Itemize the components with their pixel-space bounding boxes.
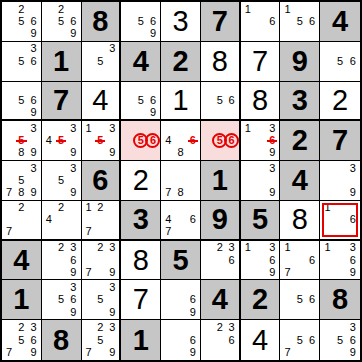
cell-r5c6[interactable]: 1 xyxy=(201,161,241,201)
empty-candidate-slot xyxy=(162,334,174,347)
empty-candidate-slot xyxy=(3,334,15,347)
cell-r9c3[interactable]: 23579 xyxy=(82,320,122,360)
candidates-grid: 236 xyxy=(202,242,238,279)
solved-digit: 7 xyxy=(241,42,280,81)
empty-candidate-slot xyxy=(147,147,159,159)
empty-candidate-slot xyxy=(174,202,186,214)
cell-r7c7[interactable]: 1369 xyxy=(241,241,281,281)
candidate-5: 5 xyxy=(55,15,67,27)
empty-candidate-slot xyxy=(83,242,95,254)
empty-candidate-slot xyxy=(187,226,199,238)
cell-r4c8[interactable]: 2 xyxy=(280,121,320,161)
empty-candidate-slot xyxy=(15,162,27,174)
cell-r7c4[interactable]: 8 xyxy=(121,241,161,281)
cell-r6c1[interactable]: 27 xyxy=(2,201,42,241)
candidates-grid: 39 xyxy=(321,162,359,199)
candidate-2: 2 xyxy=(15,202,27,214)
empty-candidate-slot xyxy=(174,294,186,306)
cell-r8c4[interactable]: 7 xyxy=(121,280,161,320)
cell-r4c9[interactable]: 7 xyxy=(320,121,360,161)
empty-candidate-slot xyxy=(106,55,118,67)
empty-candidate-slot xyxy=(242,187,254,199)
cell-r9c5[interactable]: 69 xyxy=(161,320,201,360)
cell-r4c4[interactable]: 56 xyxy=(121,121,161,161)
cell-r2c8[interactable]: 9 xyxy=(280,42,320,82)
candidate-6: 6 xyxy=(306,254,318,266)
cell-r2c2[interactable]: 1 xyxy=(42,42,82,82)
empty-candidate-slot xyxy=(254,187,266,199)
candidate-9: 9 xyxy=(346,346,359,359)
given-digit: 7 xyxy=(42,82,81,120)
candidate-6: 6 xyxy=(266,15,278,27)
empty-candidate-slot xyxy=(28,174,40,186)
candidate-8: 8 xyxy=(174,187,186,199)
empty-candidate-slot xyxy=(321,346,334,359)
empty-candidate-slot xyxy=(321,214,334,226)
empty-candidate-slot xyxy=(67,174,79,186)
candidate-1: 1 xyxy=(321,202,334,214)
empty-candidate-slot xyxy=(147,3,159,15)
cell-r1c6[interactable]: 7 xyxy=(201,2,241,42)
given-digit: 5 xyxy=(161,241,200,280)
empty-candidate-slot xyxy=(122,83,134,95)
empty-candidate-slot xyxy=(43,281,55,293)
candidate-3: 3 xyxy=(346,162,359,174)
candidate-9: 9 xyxy=(266,187,278,199)
cell-r6c6[interactable]: 9 xyxy=(201,201,241,241)
cell-r1c5[interactable]: 3 xyxy=(161,2,201,42)
empty-candidate-slot xyxy=(83,254,95,266)
candidate-6: 6 xyxy=(226,94,238,106)
candidate-5-eliminated: 5 xyxy=(55,135,67,147)
candidates-grid: 56 xyxy=(202,83,238,119)
empty-candidate-slot xyxy=(122,28,134,40)
empty-candidate-slot xyxy=(55,162,67,174)
empty-candidate-slot xyxy=(122,94,134,106)
empty-candidate-slot xyxy=(321,254,334,266)
empty-candidate-slot xyxy=(83,135,95,147)
cell-r3c2[interactable]: 7 xyxy=(42,82,82,122)
empty-candidate-slot xyxy=(214,106,226,118)
cell-r3c9[interactable]: 2 xyxy=(320,82,360,122)
candidate-5: 5 xyxy=(135,94,147,106)
candidate-5: 5 xyxy=(15,334,27,347)
cell-r1c9[interactable]: 4 xyxy=(320,2,360,42)
empty-candidate-slot xyxy=(202,94,214,106)
cell-r2c1[interactable]: 356 xyxy=(2,42,42,82)
empty-candidate-slot xyxy=(43,122,55,134)
cell-r5c9[interactable]: 39 xyxy=(320,161,360,201)
cell-r5c4[interactable]: 2 xyxy=(121,161,161,201)
cell-r2c7[interactable]: 7 xyxy=(241,42,281,82)
empty-candidate-slot xyxy=(174,226,186,238)
candidates-grid: 3589 xyxy=(3,122,40,159)
empty-candidate-slot xyxy=(202,321,214,334)
empty-candidate-slot xyxy=(106,294,118,306)
candidates-grid: 1369 xyxy=(242,242,279,279)
empty-candidate-slot xyxy=(67,214,79,226)
candidate-2: 2 xyxy=(94,321,106,334)
empty-candidate-slot xyxy=(43,162,55,174)
candidate-4: 4 xyxy=(162,214,174,226)
empty-candidate-slot xyxy=(174,334,186,347)
empty-candidate-slot xyxy=(214,147,226,159)
empty-candidate-slot xyxy=(135,3,147,15)
candidate-3: 3 xyxy=(106,321,118,334)
empty-candidate-slot xyxy=(187,147,199,159)
empty-candidate-slot xyxy=(202,242,214,254)
empty-candidate-slot xyxy=(281,254,293,266)
cell-r8c2[interactable]: 3569 xyxy=(42,280,82,320)
candidate-9: 9 xyxy=(106,266,118,278)
candidate-7: 7 xyxy=(83,226,95,238)
candidate-6: 6 xyxy=(28,15,40,27)
empty-candidate-slot xyxy=(83,147,95,159)
empty-candidate-slot xyxy=(294,3,306,15)
empty-candidate-slot xyxy=(28,3,40,15)
empty-candidate-slot xyxy=(334,187,347,199)
empty-candidate-slot xyxy=(15,83,27,95)
given-digit: 6 xyxy=(82,161,120,200)
candidates-grid: 2569 xyxy=(3,3,40,40)
cell-r4c6[interactable]: 56 xyxy=(201,121,241,161)
cell-r8c9[interactable]: 8 xyxy=(320,280,360,320)
cell-r3c1[interactable]: 569 xyxy=(2,82,42,122)
candidate-6-eliminated: 6 xyxy=(266,135,278,147)
cell-r9c7[interactable]: 4 xyxy=(241,320,281,360)
empty-candidate-slot xyxy=(106,334,118,347)
candidate-6: 6 xyxy=(187,294,199,306)
empty-candidate-slot xyxy=(43,15,55,27)
empty-candidate-slot xyxy=(174,122,186,134)
candidate-6-highlighted: 6 xyxy=(147,135,159,147)
empty-candidate-slot xyxy=(346,174,359,186)
solved-digit: 1 xyxy=(161,82,200,120)
candidate-9: 9 xyxy=(28,147,40,159)
sudoku-board: 2569256985693716156435613542879565697456… xyxy=(0,0,362,362)
cell-r7c3[interactable]: 2379 xyxy=(82,241,122,281)
empty-candidate-slot xyxy=(202,254,214,266)
empty-candidate-slot xyxy=(294,254,306,266)
cell-r8c6[interactable]: 4 xyxy=(201,280,241,320)
cell-r5c5[interactable]: 78 xyxy=(161,161,201,201)
cell-r1c7[interactable]: 16 xyxy=(241,2,281,42)
candidates-grid: 1369 xyxy=(321,242,359,279)
candidate-6: 6 xyxy=(67,15,79,27)
empty-candidate-slot xyxy=(187,281,199,293)
empty-candidate-slot xyxy=(67,3,79,15)
cell-r5c2[interactable]: 359 xyxy=(42,161,82,201)
empty-candidate-slot xyxy=(3,3,15,15)
candidate-2: 2 xyxy=(94,202,106,214)
candidate-7: 7 xyxy=(281,346,293,359)
candidate-5-eliminated: 5 xyxy=(15,135,27,147)
empty-candidate-slot xyxy=(3,28,15,40)
cell-r6c7[interactable]: 5 xyxy=(241,201,281,241)
empty-candidate-slot xyxy=(55,214,67,226)
candidates-grid: 24 xyxy=(43,202,80,238)
cell-r9c2[interactable]: 8 xyxy=(42,320,82,360)
candidate-6: 6 xyxy=(346,254,359,266)
cell-r3c7[interactable]: 8 xyxy=(241,82,281,122)
candidate-9: 9 xyxy=(346,187,359,199)
candidates-grid: 235679 xyxy=(3,321,40,359)
cell-r2c6[interactable]: 8 xyxy=(201,42,241,82)
candidate-5: 5 xyxy=(294,294,306,306)
empty-candidate-slot xyxy=(55,306,67,318)
cell-r1c4[interactable]: 569 xyxy=(121,2,161,42)
cell-r4c7[interactable]: 1369 xyxy=(241,121,281,161)
cell-r4c3[interactable]: 1359 xyxy=(82,121,122,161)
cell-r9c1[interactable]: 235679 xyxy=(2,320,42,360)
candidate-6: 6 xyxy=(187,334,199,347)
given-digit: 7 xyxy=(320,121,360,160)
cell-r1c3[interactable]: 8 xyxy=(82,2,122,42)
empty-candidate-slot xyxy=(334,321,347,334)
candidate-9: 9 xyxy=(187,306,199,318)
candidates-grid: 23579 xyxy=(83,321,119,359)
cell-r5c3[interactable]: 6 xyxy=(82,161,122,201)
empty-candidate-slot xyxy=(187,321,199,334)
cell-r3c8[interactable]: 3 xyxy=(280,82,320,122)
candidate-5: 5 xyxy=(214,94,226,106)
empty-candidate-slot xyxy=(242,15,254,27)
empty-candidate-slot xyxy=(106,226,118,238)
candidate-5: 5 xyxy=(15,15,27,27)
empty-candidate-slot xyxy=(266,28,278,40)
candidate-1: 1 xyxy=(321,242,334,254)
cell-r3c5[interactable]: 1 xyxy=(161,82,201,122)
empty-candidate-slot xyxy=(162,174,174,186)
candidate-7: 7 xyxy=(83,346,95,359)
candidate-3: 3 xyxy=(67,281,79,293)
cell-r7c1[interactable]: 4 xyxy=(2,241,42,281)
empty-candidate-slot xyxy=(334,202,347,214)
empty-candidate-slot xyxy=(254,135,266,147)
empty-candidate-slot xyxy=(254,242,266,254)
cell-r7c9[interactable]: 1369 xyxy=(320,241,360,281)
given-digit: 8 xyxy=(82,2,120,41)
empty-candidate-slot xyxy=(55,254,67,266)
empty-candidate-slot xyxy=(242,28,254,40)
empty-candidate-slot xyxy=(174,214,186,226)
empty-candidate-slot xyxy=(202,266,214,278)
cell-r9c6[interactable]: 236 xyxy=(201,320,241,360)
cell-r4c2[interactable]: 3459 xyxy=(42,121,82,161)
cell-r7c2[interactable]: 2369 xyxy=(42,241,82,281)
empty-candidate-slot xyxy=(281,306,293,318)
empty-candidate-slot xyxy=(187,187,199,199)
empty-candidate-slot xyxy=(55,266,67,278)
candidates-grid: 167 xyxy=(281,242,318,279)
empty-candidate-slot xyxy=(83,214,95,226)
empty-candidate-slot xyxy=(254,15,266,27)
given-digit: 2 xyxy=(241,280,280,319)
empty-candidate-slot xyxy=(122,147,134,159)
cell-r6c4[interactable]: 3 xyxy=(121,201,161,241)
cell-r8c1[interactable]: 1 xyxy=(2,280,42,320)
empty-candidate-slot xyxy=(226,106,238,118)
empty-candidate-slot xyxy=(281,334,293,347)
cell-r7c5[interactable]: 5 xyxy=(161,241,201,281)
cell-r3c3[interactable]: 4 xyxy=(82,82,122,122)
candidate-3: 3 xyxy=(266,122,278,134)
candidates-grid: 56 xyxy=(202,122,238,159)
candidate-2: 2 xyxy=(55,242,67,254)
empty-candidate-slot xyxy=(3,202,15,214)
empty-candidate-slot xyxy=(226,346,238,359)
empty-candidate-slot xyxy=(67,202,79,214)
cell-r2c3[interactable]: 35 xyxy=(82,42,122,82)
candidate-6: 6 xyxy=(67,254,79,266)
empty-candidate-slot xyxy=(294,28,306,40)
cell-r2c4[interactable]: 4 xyxy=(121,42,161,82)
cell-r6c8[interactable]: 8 xyxy=(280,201,320,241)
empty-candidate-slot xyxy=(162,147,174,159)
empty-candidate-slot xyxy=(162,122,174,134)
empty-candidate-slot xyxy=(28,67,40,79)
cell-r3c6[interactable]: 56 xyxy=(201,82,241,122)
given-digit: 4 xyxy=(201,280,239,319)
candidate-6: 6 xyxy=(67,294,79,306)
candidate-3: 3 xyxy=(226,321,238,334)
cell-r6c5[interactable]: 467 xyxy=(161,201,201,241)
empty-candidate-slot xyxy=(162,281,174,293)
empty-candidate-slot xyxy=(83,294,95,306)
candidate-1: 1 xyxy=(83,202,95,214)
candidate-6: 6 xyxy=(306,15,318,27)
candidate-5: 5 xyxy=(334,55,347,67)
given-digit: 9 xyxy=(201,201,239,239)
cell-r2c9[interactable]: 56 xyxy=(320,42,360,82)
cell-r5c8[interactable]: 4 xyxy=(280,161,320,201)
cell-r6c3[interactable]: 127 xyxy=(82,201,122,241)
candidate-2: 2 xyxy=(214,242,226,254)
given-digit: 1 xyxy=(201,161,239,200)
candidates-grid: 467 xyxy=(162,202,199,238)
given-digit: 4 xyxy=(2,241,41,280)
cell-r5c1[interactable]: 35789 xyxy=(2,161,42,201)
empty-candidate-slot xyxy=(174,306,186,318)
cell-r8c3[interactable]: 359 xyxy=(82,280,122,320)
cell-r4c1[interactable]: 3589 xyxy=(2,121,42,161)
empty-candidate-slot xyxy=(162,202,174,214)
cell-r8c8[interactable]: 56 xyxy=(280,280,320,320)
empty-candidate-slot xyxy=(321,162,334,174)
cell-r1c8[interactable]: 156 xyxy=(280,2,320,42)
cell-r6c2[interactable]: 24 xyxy=(42,201,82,241)
empty-candidate-slot xyxy=(106,67,118,79)
candidates-grid: 69 xyxy=(162,321,199,359)
candidate-7: 7 xyxy=(3,226,15,238)
empty-candidate-slot xyxy=(321,43,334,55)
cell-r8c5[interactable]: 69 xyxy=(161,280,201,320)
cell-r3c4[interactable]: 569 xyxy=(121,82,161,122)
cell-r9c8[interactable]: 567 xyxy=(280,320,320,360)
candidate-6: 6 xyxy=(28,94,40,106)
candidates-grid: 359 xyxy=(43,162,80,199)
solved-digit: 2 xyxy=(320,82,360,120)
candidate-9: 9 xyxy=(67,266,79,278)
candidates-grid: 39 xyxy=(242,162,279,199)
cell-r5c7[interactable]: 39 xyxy=(241,161,281,201)
cell-r9c4[interactable]: 1 xyxy=(121,320,161,360)
candidate-3: 3 xyxy=(67,242,79,254)
empty-candidate-slot xyxy=(294,266,306,278)
empty-candidate-slot xyxy=(15,214,27,226)
empty-candidate-slot xyxy=(106,254,118,266)
given-digit: 3 xyxy=(121,201,160,239)
candidate-4: 4 xyxy=(43,214,55,226)
empty-candidate-slot xyxy=(83,321,95,334)
candidate-3: 3 xyxy=(106,43,118,55)
empty-candidate-slot xyxy=(346,202,359,214)
empty-candidate-slot xyxy=(334,254,347,266)
empty-candidate-slot xyxy=(43,187,55,199)
empty-candidate-slot xyxy=(187,122,199,134)
empty-candidate-slot xyxy=(28,135,40,147)
empty-candidate-slot xyxy=(266,174,278,186)
candidate-3: 3 xyxy=(28,122,40,134)
candidate-6: 6 xyxy=(28,334,40,347)
empty-candidate-slot xyxy=(55,281,67,293)
candidates-grid: 569 xyxy=(3,83,40,119)
cell-r7c6[interactable]: 236 xyxy=(201,241,241,281)
candidate-9: 9 xyxy=(106,346,118,359)
empty-candidate-slot xyxy=(346,226,359,238)
candidate-9: 9 xyxy=(28,187,40,199)
empty-candidate-slot xyxy=(334,43,347,55)
cell-r9c9[interactable]: 3569 xyxy=(320,320,360,360)
cell-r2c5[interactable]: 2 xyxy=(161,42,201,82)
cell-r6c9[interactable]: 16 xyxy=(320,201,360,241)
empty-candidate-slot xyxy=(254,3,266,15)
cell-r4c5[interactable]: 468 xyxy=(161,121,201,161)
empty-candidate-slot xyxy=(254,174,266,186)
candidate-9: 9 xyxy=(147,28,159,40)
empty-candidate-slot xyxy=(15,346,27,359)
empty-candidate-slot xyxy=(334,266,347,278)
empty-candidate-slot xyxy=(254,254,266,266)
cell-r1c2[interactable]: 2569 xyxy=(42,2,82,42)
empty-candidate-slot xyxy=(135,83,147,95)
candidate-9: 9 xyxy=(28,346,40,359)
candidate-7: 7 xyxy=(3,187,15,199)
given-digit: 2 xyxy=(280,121,319,160)
empty-candidate-slot xyxy=(334,214,347,226)
cell-r8c7[interactable]: 2 xyxy=(241,280,281,320)
candidate-3: 3 xyxy=(67,162,79,174)
candidate-5: 5 xyxy=(55,174,67,186)
candidate-5: 5 xyxy=(135,15,147,27)
solved-digit: 8 xyxy=(201,42,239,81)
solved-digit: 8 xyxy=(280,201,319,239)
cell-r7c8[interactable]: 167 xyxy=(280,241,320,281)
candidate-2: 2 xyxy=(214,321,226,334)
candidate-7: 7 xyxy=(162,226,174,238)
empty-candidate-slot xyxy=(306,242,318,254)
solved-digit: 8 xyxy=(121,241,160,280)
empty-candidate-slot xyxy=(242,162,254,174)
candidate-5: 5 xyxy=(15,174,27,186)
given-digit: 5 xyxy=(241,201,280,239)
cell-r1c1[interactable]: 2569 xyxy=(2,2,42,42)
candidate-1: 1 xyxy=(281,242,293,254)
solved-digit: 3 xyxy=(161,2,200,41)
empty-candidate-slot xyxy=(281,15,293,27)
candidate-3: 3 xyxy=(28,321,40,334)
empty-candidate-slot xyxy=(226,83,238,95)
